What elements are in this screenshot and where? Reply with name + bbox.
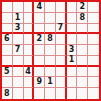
empty-cell-r1c7[interactable]: [67, 2, 78, 13]
empty-cell-r4c7[interactable]: [67, 34, 78, 45]
empty-cell-r4c3[interactable]: [24, 34, 35, 45]
empty-cell-r6c9[interactable]: [88, 56, 99, 67]
empty-cell-r7c5[interactable]: [45, 67, 56, 78]
empty-cell-r8c8[interactable]: [77, 77, 88, 88]
clue-cell-r5c7: 3: [67, 45, 78, 56]
empty-cell-r5c5[interactable]: [45, 45, 56, 56]
clue-cell-r7c3: 4: [24, 67, 35, 78]
empty-cell-r1c6[interactable]: [56, 2, 67, 13]
empty-cell-r7c7[interactable]: [67, 67, 78, 78]
empty-cell-r3c3[interactable]: [24, 24, 35, 35]
empty-cell-r1c1[interactable]: [2, 2, 13, 13]
clue-cell-r3c6: 7: [56, 24, 67, 35]
clue-cell-r4c1: 6: [2, 34, 13, 45]
empty-cell-r8c6[interactable]: [56, 77, 67, 88]
empty-cell-r3c8[interactable]: [77, 24, 88, 35]
empty-cell-r7c4[interactable]: [34, 67, 45, 78]
empty-cell-r9c3[interactable]: [24, 88, 35, 99]
empty-cell-r8c1[interactable]: [2, 77, 13, 88]
empty-cell-r2c6[interactable]: [56, 13, 67, 24]
clue-cell-r8c4: 9: [34, 77, 45, 88]
empty-cell-r1c2[interactable]: [13, 2, 24, 13]
empty-cell-r4c9[interactable]: [88, 34, 99, 45]
empty-cell-r6c2[interactable]: [13, 56, 24, 67]
empty-cell-r5c3[interactable]: [24, 45, 35, 56]
clue-cell-r3c2: 3: [13, 24, 24, 35]
empty-cell-r8c2[interactable]: [13, 77, 24, 88]
empty-cell-r9c5[interactable]: [45, 88, 56, 99]
empty-cell-r1c3[interactable]: [24, 2, 35, 13]
empty-cell-r6c1[interactable]: [2, 56, 13, 67]
empty-cell-r3c7[interactable]: [67, 24, 78, 35]
empty-cell-r2c1[interactable]: [2, 13, 13, 24]
empty-cell-r7c9[interactable]: [88, 67, 99, 78]
empty-cell-r5c9[interactable]: [88, 45, 99, 56]
empty-cell-r4c2[interactable]: [13, 34, 24, 45]
clue-cell-r8c5: 1: [45, 77, 56, 88]
empty-cell-r9c6[interactable]: [56, 88, 67, 99]
clue-cell-r9c1: 8: [2, 88, 13, 99]
empty-cell-r6c5[interactable]: [45, 56, 56, 67]
empty-cell-r6c8[interactable]: [77, 56, 88, 67]
empty-cell-r6c3[interactable]: [24, 56, 35, 67]
empty-cell-r2c9[interactable]: [88, 13, 99, 24]
empty-cell-r9c2[interactable]: [13, 88, 24, 99]
empty-cell-r6c6[interactable]: [56, 56, 67, 67]
empty-cell-r5c4[interactable]: [34, 45, 45, 56]
empty-cell-r7c6[interactable]: [56, 67, 67, 78]
empty-cell-r8c3[interactable]: [24, 77, 35, 88]
empty-cell-r8c7[interactable]: [67, 77, 78, 88]
empty-cell-r2c7[interactable]: [67, 13, 78, 24]
empty-cell-r5c8[interactable]: [77, 45, 88, 56]
clue-cell-r6c7: 1: [67, 56, 78, 67]
clue-cell-r1c8: 2: [77, 2, 88, 13]
empty-cell-r3c4[interactable]: [34, 24, 45, 35]
clue-cell-r1c4: 4: [34, 2, 45, 13]
empty-cell-r3c9[interactable]: [88, 24, 99, 35]
empty-cell-r2c4[interactable]: [34, 13, 45, 24]
empty-cell-r2c3[interactable]: [24, 13, 35, 24]
clue-cell-r4c5: 8: [45, 34, 56, 45]
empty-cell-r4c6[interactable]: [56, 34, 67, 45]
empty-cell-r3c5[interactable]: [45, 24, 56, 35]
empty-cell-r2c5[interactable]: [45, 13, 56, 24]
clue-cell-r7c1: 5: [2, 67, 13, 78]
empty-cell-r1c5[interactable]: [45, 2, 56, 13]
empty-cell-r9c4[interactable]: [34, 88, 45, 99]
clue-cell-r2c8: 8: [77, 13, 88, 24]
clue-cell-r2c2: 1: [13, 13, 24, 24]
clue-cell-r4c4: 2: [34, 34, 45, 45]
empty-cell-r4c8[interactable]: [77, 34, 88, 45]
empty-cell-r7c8[interactable]: [77, 67, 88, 78]
sudoku-board: 42183762873154918: [0, 0, 101, 101]
empty-cell-r9c7[interactable]: [67, 88, 78, 99]
empty-cell-r5c6[interactable]: [56, 45, 67, 56]
empty-cell-r7c2[interactable]: [13, 67, 24, 78]
empty-cell-r1c9[interactable]: [88, 2, 99, 13]
empty-cell-r8c9[interactable]: [88, 77, 99, 88]
empty-cell-r5c1[interactable]: [2, 45, 13, 56]
empty-cell-r6c4[interactable]: [34, 56, 45, 67]
clue-cell-r5c2: 7: [13, 45, 24, 56]
empty-cell-r9c8[interactable]: [77, 88, 88, 99]
empty-cell-r9c9[interactable]: [88, 88, 99, 99]
empty-cell-r3c1[interactable]: [2, 24, 13, 35]
